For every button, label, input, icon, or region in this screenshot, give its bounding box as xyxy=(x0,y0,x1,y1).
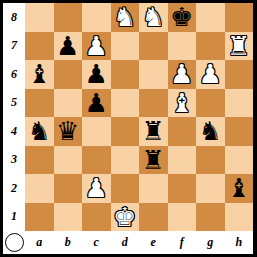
square-c5[interactable]: ♟ xyxy=(82,89,111,118)
square-b7[interactable]: ♟ xyxy=(54,32,83,61)
square-e6[interactable] xyxy=(139,60,168,89)
rank-label-4: 4 xyxy=(3,117,25,146)
square-g4[interactable]: ♞ xyxy=(196,117,225,146)
black-knight-a4: ♞ xyxy=(28,118,51,144)
square-e8[interactable]: ♞ xyxy=(139,3,168,32)
square-h2[interactable]: ♝ xyxy=(225,174,254,203)
square-c8[interactable] xyxy=(82,3,111,32)
square-f2[interactable] xyxy=(168,174,197,203)
white-to-move-circle-icon xyxy=(5,233,24,252)
square-a8[interactable] xyxy=(25,3,54,32)
rank-label-1: 1 xyxy=(3,203,25,232)
square-f4[interactable] xyxy=(168,117,197,146)
black-rook-e4: ♜ xyxy=(142,118,165,144)
rank-label-2: 2 xyxy=(3,174,25,203)
square-b4[interactable]: ♛ xyxy=(54,117,83,146)
black-queen-b4: ♛ xyxy=(56,118,79,144)
black-pawn-c5: ♟ xyxy=(85,90,108,116)
square-f7[interactable] xyxy=(168,32,197,61)
chess-board: ♞♞♚♟♟♜♝♟♟♟♟♝♞♛♜♞♜♟♝♚ xyxy=(25,3,253,231)
square-f5[interactable]: ♝ xyxy=(168,89,197,118)
square-h3[interactable] xyxy=(225,146,254,175)
square-c3[interactable] xyxy=(82,146,111,175)
square-g6[interactable]: ♟ xyxy=(196,60,225,89)
square-a6[interactable]: ♝ xyxy=(25,60,54,89)
square-c1[interactable] xyxy=(82,203,111,232)
square-b2[interactable] xyxy=(54,174,83,203)
square-b5[interactable] xyxy=(54,89,83,118)
square-b6[interactable] xyxy=(54,60,83,89)
side-to-move-indicator xyxy=(3,231,25,254)
rank-label-8: 8 xyxy=(3,3,25,32)
square-a7[interactable] xyxy=(25,32,54,61)
square-h8[interactable] xyxy=(225,3,254,32)
file-labels: abcdefgh xyxy=(25,231,253,254)
white-rook-h7: ♜ xyxy=(227,33,250,59)
file-label-b: b xyxy=(54,231,83,254)
square-h5[interactable] xyxy=(225,89,254,118)
file-label-d: d xyxy=(111,231,140,254)
square-b1[interactable] xyxy=(54,203,83,232)
black-king-f8: ♚ xyxy=(170,4,193,30)
square-b8[interactable] xyxy=(54,3,83,32)
file-label-a: a xyxy=(25,231,54,254)
square-a3[interactable] xyxy=(25,146,54,175)
square-d7[interactable] xyxy=(111,32,140,61)
rank-labels: 87654321 xyxy=(3,3,25,231)
file-label-c: c xyxy=(82,231,111,254)
black-pawn-c6: ♟ xyxy=(85,61,108,87)
square-a5[interactable] xyxy=(25,89,54,118)
rank-label-7: 7 xyxy=(3,32,25,61)
rank-label-5: 5 xyxy=(3,89,25,118)
white-pawn-g6: ♟ xyxy=(199,61,222,87)
square-e1[interactable] xyxy=(139,203,168,232)
square-e4[interactable]: ♜ xyxy=(139,117,168,146)
square-c7[interactable]: ♟ xyxy=(82,32,111,61)
white-pawn-c2: ♟ xyxy=(85,175,108,201)
file-label-g: g xyxy=(196,231,225,254)
white-pawn-f6: ♟ xyxy=(170,61,193,87)
square-d4[interactable] xyxy=(111,117,140,146)
square-f6[interactable]: ♟ xyxy=(168,60,197,89)
black-bishop-h2: ♝ xyxy=(227,175,250,201)
square-a1[interactable] xyxy=(25,203,54,232)
file-label-f: f xyxy=(168,231,197,254)
file-label-e: e xyxy=(139,231,168,254)
square-c6[interactable]: ♟ xyxy=(82,60,111,89)
square-g1[interactable] xyxy=(196,203,225,232)
black-pawn-b7: ♟ xyxy=(56,33,79,59)
white-pawn-c7: ♟ xyxy=(85,33,108,59)
square-g2[interactable] xyxy=(196,174,225,203)
square-a2[interactable] xyxy=(25,174,54,203)
square-c2[interactable]: ♟ xyxy=(82,174,111,203)
square-g5[interactable] xyxy=(196,89,225,118)
square-h7[interactable]: ♜ xyxy=(225,32,254,61)
square-h1[interactable] xyxy=(225,203,254,232)
square-g3[interactable] xyxy=(196,146,225,175)
square-f8[interactable]: ♚ xyxy=(168,3,197,32)
white-bishop-f5: ♝ xyxy=(170,90,193,116)
square-d2[interactable] xyxy=(111,174,140,203)
white-knight-e8: ♞ xyxy=(142,4,165,30)
white-knight-d8: ♞ xyxy=(113,4,136,30)
square-d8[interactable]: ♞ xyxy=(111,3,140,32)
black-knight-g4: ♞ xyxy=(199,118,222,144)
file-label-h: h xyxy=(225,231,254,254)
square-h4[interactable] xyxy=(225,117,254,146)
square-e2[interactable] xyxy=(139,174,168,203)
square-d3[interactable] xyxy=(111,146,140,175)
rank-label-6: 6 xyxy=(3,60,25,89)
square-g8[interactable] xyxy=(196,3,225,32)
black-rook-e3: ♜ xyxy=(142,147,165,173)
square-f1[interactable] xyxy=(168,203,197,232)
rank-label-3: 3 xyxy=(3,146,25,175)
square-f3[interactable] xyxy=(168,146,197,175)
chess-diagram: 87654321 ♞♞♚♟♟♜♝♟♟♟♟♝♞♛♜♞♜♟♝♚ abcdefgh xyxy=(0,0,257,257)
square-g7[interactable] xyxy=(196,32,225,61)
square-e7[interactable] xyxy=(139,32,168,61)
black-bishop-a6: ♝ xyxy=(28,61,51,87)
square-e5[interactable] xyxy=(139,89,168,118)
square-b3[interactable] xyxy=(54,146,83,175)
square-a4[interactable]: ♞ xyxy=(25,117,54,146)
square-e3[interactable]: ♜ xyxy=(139,146,168,175)
square-d5[interactable] xyxy=(111,89,140,118)
white-king-d1: ♚ xyxy=(113,204,136,230)
square-h6[interactable] xyxy=(225,60,254,89)
square-d1[interactable]: ♚ xyxy=(111,203,140,232)
square-c4[interactable] xyxy=(82,117,111,146)
square-d6[interactable] xyxy=(111,60,140,89)
